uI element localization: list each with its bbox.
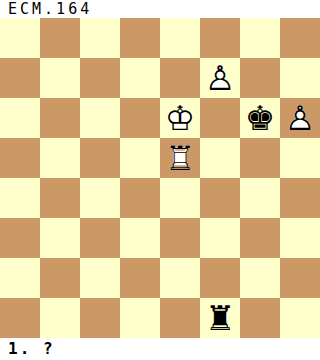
square-b7[interactable]	[40, 58, 80, 98]
square-f2[interactable]	[200, 258, 240, 298]
square-g8[interactable]	[240, 18, 280, 58]
square-c2[interactable]	[80, 258, 120, 298]
square-h1[interactable]	[280, 298, 320, 338]
square-a6[interactable]	[0, 98, 40, 138]
square-g6[interactable]: ♚	[240, 98, 280, 138]
white-pawn-fill: ♟	[280, 98, 320, 138]
square-d1[interactable]	[120, 298, 160, 338]
square-f7[interactable]: ♟♙	[200, 58, 240, 98]
square-f5[interactable]	[200, 138, 240, 178]
square-h7[interactable]	[280, 58, 320, 98]
square-a2[interactable]	[0, 258, 40, 298]
black-rook: ♜	[200, 298, 240, 338]
square-h8[interactable]	[280, 18, 320, 58]
square-e7[interactable]	[160, 58, 200, 98]
square-e6[interactable]: ♚♔	[160, 98, 200, 138]
white-king-fill: ♚	[160, 98, 200, 138]
white-pawn-fill: ♟	[200, 58, 240, 98]
square-a8[interactable]	[0, 18, 40, 58]
chess-board: ♟♙♚♔♚♟♙♜♖♜	[0, 18, 320, 338]
square-b3[interactable]	[40, 218, 80, 258]
square-d2[interactable]	[120, 258, 160, 298]
square-a5[interactable]	[0, 138, 40, 178]
square-a3[interactable]	[0, 218, 40, 258]
square-g2[interactable]	[240, 258, 280, 298]
square-e1[interactable]	[160, 298, 200, 338]
square-d8[interactable]	[120, 18, 160, 58]
white-pawn: ♙	[280, 98, 320, 138]
square-d5[interactable]	[120, 138, 160, 178]
square-e3[interactable]	[160, 218, 200, 258]
square-g1[interactable]	[240, 298, 280, 338]
square-f1[interactable]: ♜	[200, 298, 240, 338]
square-f3[interactable]	[200, 218, 240, 258]
square-c4[interactable]	[80, 178, 120, 218]
square-h4[interactable]	[280, 178, 320, 218]
square-b4[interactable]	[40, 178, 80, 218]
square-d4[interactable]	[120, 178, 160, 218]
square-d6[interactable]	[120, 98, 160, 138]
square-f4[interactable]	[200, 178, 240, 218]
chess-diagram-page: ECM.164 ♟♙♚♔♚♟♙♜♖♜ 1. ?	[0, 0, 320, 360]
white-pawn: ♙	[200, 58, 240, 98]
square-h2[interactable]	[280, 258, 320, 298]
square-g5[interactable]	[240, 138, 280, 178]
white-rook-fill: ♜	[160, 138, 200, 178]
square-b6[interactable]	[40, 98, 80, 138]
caption-bar: 1. ?	[0, 338, 320, 360]
square-b2[interactable]	[40, 258, 80, 298]
square-a7[interactable]	[0, 58, 40, 98]
square-h6[interactable]: ♟♙	[280, 98, 320, 138]
square-a1[interactable]	[0, 298, 40, 338]
square-c7[interactable]	[80, 58, 120, 98]
square-d3[interactable]	[120, 218, 160, 258]
square-g7[interactable]	[240, 58, 280, 98]
square-f6[interactable]	[200, 98, 240, 138]
page-title: ECM.164	[8, 0, 92, 18]
square-c8[interactable]	[80, 18, 120, 58]
square-d7[interactable]	[120, 58, 160, 98]
white-king: ♔	[160, 98, 200, 138]
square-c3[interactable]	[80, 218, 120, 258]
square-c1[interactable]	[80, 298, 120, 338]
square-a4[interactable]	[0, 178, 40, 218]
square-h5[interactable]	[280, 138, 320, 178]
square-e2[interactable]	[160, 258, 200, 298]
square-b5[interactable]	[40, 138, 80, 178]
square-f8[interactable]	[200, 18, 240, 58]
square-b1[interactable]	[40, 298, 80, 338]
square-b8[interactable]	[40, 18, 80, 58]
white-rook: ♖	[160, 138, 200, 178]
move-prompt: 1. ?	[8, 339, 55, 359]
square-e4[interactable]	[160, 178, 200, 218]
square-e5[interactable]: ♜♖	[160, 138, 200, 178]
title-bar: ECM.164	[0, 0, 320, 18]
square-g3[interactable]	[240, 218, 280, 258]
square-c5[interactable]	[80, 138, 120, 178]
black-king: ♚	[240, 98, 280, 138]
square-e8[interactable]	[160, 18, 200, 58]
square-c6[interactable]	[80, 98, 120, 138]
square-g4[interactable]	[240, 178, 280, 218]
square-h3[interactable]	[280, 218, 320, 258]
